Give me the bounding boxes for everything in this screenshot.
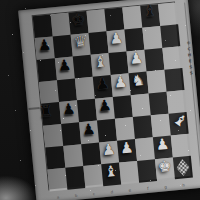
square-g5[interactable]	[147, 70, 167, 94]
square-g6[interactable]	[144, 48, 164, 72]
square-g7[interactable]	[142, 26, 162, 50]
board-emblem	[176, 158, 191, 176]
square-e7[interactable]: ♟	[106, 29, 126, 53]
board-brand-text: ©CHESS	[186, 40, 194, 76]
square-f8[interactable]	[122, 6, 142, 30]
square-f1[interactable]	[137, 159, 157, 183]
square-c2[interactable]	[81, 142, 101, 166]
piece-black-king[interactable]: ♚	[68, 8, 88, 32]
square-a7[interactable]: ♟	[35, 36, 55, 60]
square-h3[interactable]: ♝	[169, 112, 189, 136]
file-label: g	[156, 183, 174, 190]
square-b1[interactable]	[65, 166, 85, 190]
piece-white-king[interactable]: ♚	[155, 154, 175, 178]
file-label: h	[174, 182, 192, 189]
square-h6[interactable]	[162, 46, 182, 70]
square-d8[interactable]	[86, 9, 106, 33]
square-b2[interactable]	[63, 144, 83, 168]
square-h2[interactable]	[171, 134, 191, 158]
piece-white-knight[interactable]: ♞	[128, 69, 148, 93]
chess-board: ♚♝♟♛♟♟♝♟♟♟♞♜♟♟♟♝♟♟♟♝♚ ©CHESS abcdefgh	[18, 0, 200, 200]
piece-white-bishop[interactable]: ♝	[101, 160, 121, 184]
square-g8[interactable]: ♝	[140, 4, 160, 28]
square-a6[interactable]	[37, 58, 57, 82]
square-a2[interactable]	[45, 146, 65, 170]
piece-white-bishop[interactable]: ♝	[90, 50, 110, 74]
chess-photo-scene: ♚♝♟♛♟♟♝♟♟♟♞♜♟♟♟♝♟♟♟♝♚ ©CHESS abcdefgh	[0, 0, 200, 200]
square-h8[interactable]	[158, 2, 178, 26]
file-label: b	[67, 192, 85, 199]
piece-black-pawn[interactable]: ♟	[95, 94, 115, 118]
square-c1[interactable]	[83, 164, 103, 188]
piece-black-pawn[interactable]: ♟	[35, 33, 55, 57]
square-h7[interactable]	[160, 24, 180, 48]
square-c7[interactable]: ♛	[71, 33, 91, 57]
piece-black-pawn[interactable]: ♟	[92, 72, 112, 96]
square-d1[interactable]: ♝	[101, 163, 121, 187]
square-f2[interactable]	[135, 137, 155, 161]
piece-white-pawn[interactable]: ♟	[126, 47, 146, 71]
square-c6[interactable]	[73, 55, 93, 79]
film-grain-noise	[0, 0, 1, 1]
piece-white-pawn[interactable]: ♟	[153, 133, 173, 157]
square-c5[interactable]	[75, 77, 95, 101]
square-e4[interactable]	[113, 95, 133, 119]
square-e2[interactable]: ♟	[117, 139, 137, 163]
piece-white-pawn[interactable]: ♟	[99, 138, 119, 162]
file-label: a	[49, 194, 67, 200]
square-a4[interactable]: ♜	[41, 102, 61, 126]
square-b6[interactable]: ♟	[55, 57, 75, 81]
square-a1[interactable]	[47, 168, 67, 192]
square-g4[interactable]	[149, 92, 169, 116]
square-c3[interactable]: ♟	[79, 121, 99, 145]
piece-white-pawn[interactable]: ♟	[106, 27, 126, 51]
square-a3[interactable]	[43, 124, 63, 148]
piece-black-pawn[interactable]: ♟	[79, 118, 99, 142]
square-e5[interactable]: ♟	[111, 73, 131, 97]
piece-black-pawn[interactable]: ♟	[59, 97, 79, 121]
piece-black-pawn[interactable]: ♟	[55, 54, 75, 78]
square-b8[interactable]	[51, 13, 71, 37]
file-label: c	[85, 190, 103, 197]
square-e1[interactable]	[119, 161, 139, 185]
piece-white-queen[interactable]: ♛	[70, 30, 90, 54]
square-f3[interactable]	[133, 115, 153, 139]
file-label: f	[139, 185, 157, 192]
piece-black-bishop[interactable]: ♝	[140, 0, 160, 23]
piece-black-rook[interactable]: ♜	[36, 100, 56, 124]
piece-white-pawn[interactable]: ♟	[110, 70, 130, 94]
board-frame: ♚♝♟♛♟♟♝♟♟♟♞♜♟♟♟♝♟♟♟♝♚ ©CHESS abcdefgh	[18, 0, 200, 200]
square-d4[interactable]: ♟	[95, 97, 115, 121]
square-h5[interactable]	[164, 68, 184, 92]
square-f5[interactable]: ♞	[129, 72, 149, 96]
square-b3[interactable]	[61, 122, 81, 146]
file-label: d	[103, 189, 121, 196]
board-grid: ♚♝♟♛♟♟♝♟♟♟♞♜♟♟♟♝♟♟♟♝♚	[32, 2, 192, 191]
piece-white-pawn[interactable]: ♟	[117, 136, 137, 160]
square-f4[interactable]	[131, 93, 151, 117]
square-b4[interactable]: ♟	[59, 100, 79, 124]
square-g1[interactable]: ♚	[155, 157, 175, 181]
file-label: e	[121, 187, 139, 194]
square-h1[interactable]	[173, 156, 193, 180]
